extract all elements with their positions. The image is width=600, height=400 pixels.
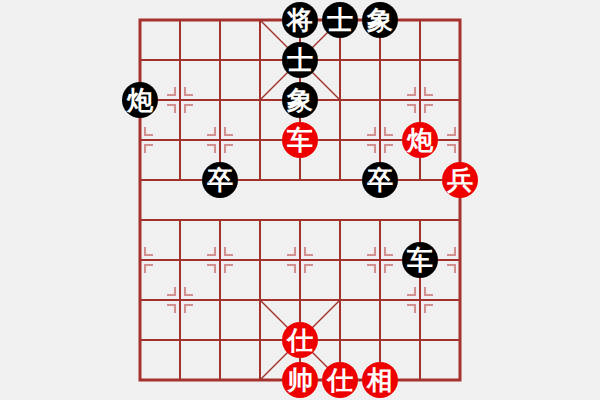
piece-black-advisor-1[interactable]: 士	[322, 2, 358, 38]
piece-black-general[interactable]: 将	[282, 2, 318, 38]
piece-red-soldier[interactable]: 兵	[442, 162, 478, 198]
piece-red-advisor-2[interactable]: 仕	[322, 362, 358, 398]
piece-black-soldier-1[interactable]: 卒	[202, 162, 238, 198]
piece-red-chariot[interactable]: 车	[282, 122, 318, 158]
piece-black-chariot[interactable]: 车	[402, 242, 438, 278]
piece-black-advisor-2[interactable]: 士	[282, 42, 318, 78]
piece-black-elephant-1[interactable]: 象	[362, 2, 398, 38]
piece-red-general[interactable]: 帅	[282, 362, 318, 398]
xiangqi-screenshot: 将士象士炮象车炮卒卒兵车仕帅仕相	[0, 0, 600, 400]
xiangqi-pieces-layer: 将士象士炮象车炮卒卒兵车仕帅仕相	[120, 0, 480, 400]
piece-black-soldier-2[interactable]: 卒	[362, 162, 398, 198]
piece-red-advisor-1[interactable]: 仕	[282, 322, 318, 358]
piece-black-elephant-2[interactable]: 象	[282, 82, 318, 118]
piece-red-elephant[interactable]: 相	[362, 362, 398, 398]
piece-black-cannon[interactable]: 炮	[122, 82, 158, 118]
piece-red-cannon[interactable]: 炮	[402, 122, 438, 158]
